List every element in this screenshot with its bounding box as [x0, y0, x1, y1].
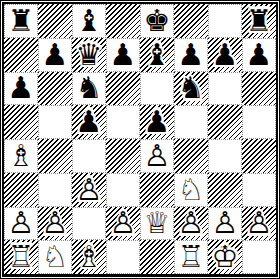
square-b4[interactable]	[38, 139, 72, 173]
white-knight-halo: ♞	[174, 173, 208, 207]
square-e5[interactable]: ♟♟	[140, 105, 174, 139]
white-pawn: ♙	[5, 208, 37, 240]
white-pawn-halo: ♟	[242, 207, 276, 241]
square-e4[interactable]: ♟♙	[140, 139, 174, 173]
black-pawn-halo: ♟	[174, 38, 208, 72]
square-e7[interactable]: ♝♝	[140, 38, 174, 72]
white-pawn: ♙	[141, 140, 173, 172]
square-c3[interactable]: ♟♙	[72, 173, 106, 207]
white-bishop-halo: ♝	[4, 139, 38, 173]
black-king-halo: ♚	[140, 4, 174, 38]
square-b8[interactable]	[38, 4, 72, 38]
square-d7[interactable]: ♟♟	[106, 38, 140, 72]
square-h8[interactable]: ♜♜	[242, 4, 276, 38]
black-pawn-halo: ♟	[208, 38, 242, 72]
square-a1[interactable]: ♜♖	[4, 240, 38, 274]
black-pawn: ♟	[140, 105, 174, 139]
square-f1[interactable]: ♜♖	[174, 240, 208, 274]
square-c5[interactable]: ♟♟	[72, 105, 106, 139]
white-pawn-halo: ♟	[140, 139, 174, 173]
black-pawn: ♟	[208, 38, 242, 72]
chess-board-grid: ♜♜♝♝♚♚♜♜♟♟♛♛♟♟♝♝♟♟♟♟♟♟♟♟♞♞♞♞♟♟♟♟♝♗♟♙♟♙♞♘…	[2, 2, 278, 277]
square-c1[interactable]: ♝♗	[72, 240, 106, 274]
square-a4[interactable]: ♝♗	[4, 139, 38, 173]
white-pawn: ♙	[209, 208, 241, 240]
chess-diagram: ♜♜♝♝♚♚♜♜♟♟♛♛♟♟♝♝♟♟♟♟♟♟♟♟♞♞♞♞♟♟♟♟♝♗♟♙♟♙♞♘…	[0, 0, 280, 279]
white-rook: ♖	[4, 240, 38, 274]
square-h7[interactable]: ♟♟	[242, 38, 276, 72]
white-pawn-halo: ♟	[72, 173, 106, 207]
square-d4[interactable]	[106, 139, 140, 173]
white-king-halo: ♚	[208, 240, 242, 274]
square-g8[interactable]	[208, 4, 242, 38]
black-rook-halo: ♜	[4, 4, 38, 38]
black-pawn: ♟	[39, 39, 71, 71]
square-e3[interactable]	[140, 173, 174, 207]
white-pawn-halo: ♟	[38, 207, 72, 241]
white-rook-halo: ♜	[4, 240, 38, 274]
square-b7[interactable]: ♟♟	[38, 38, 72, 72]
black-pawn-halo: ♟	[140, 105, 174, 139]
square-c2[interactable]	[72, 207, 106, 241]
square-d8[interactable]	[106, 4, 140, 38]
square-d3[interactable]	[106, 173, 140, 207]
square-f5[interactable]	[174, 105, 208, 139]
black-pawn: ♟	[107, 39, 139, 71]
black-bishop-halo: ♝	[72, 4, 106, 38]
square-d5[interactable]	[106, 105, 140, 139]
square-c4[interactable]	[72, 139, 106, 173]
black-queen: ♛	[72, 38, 106, 72]
square-b3[interactable]	[38, 173, 72, 207]
white-knight: ♘	[175, 174, 207, 206]
white-pawn: ♙	[38, 207, 72, 241]
square-e1[interactable]	[140, 240, 174, 274]
square-g6[interactable]	[208, 72, 242, 106]
white-pawn: ♙	[106, 207, 140, 241]
white-pawn: ♙	[72, 173, 106, 207]
square-a3[interactable]	[4, 173, 38, 207]
black-king: ♚	[141, 5, 173, 37]
black-pawn: ♟	[243, 39, 275, 71]
black-pawn: ♟	[175, 39, 207, 71]
square-b2[interactable]: ♟♙	[38, 207, 72, 241]
square-a2[interactable]: ♟♙	[4, 207, 38, 241]
black-bishop: ♝	[140, 38, 174, 72]
square-f4[interactable]	[174, 139, 208, 173]
square-g7[interactable]: ♟♟	[208, 38, 242, 72]
square-c7[interactable]: ♛♛	[72, 38, 106, 72]
square-a6[interactable]: ♟♟	[4, 72, 38, 106]
white-pawn-halo: ♟	[106, 207, 140, 241]
black-bishop: ♝	[73, 5, 105, 37]
white-pawn-halo: ♟	[208, 207, 242, 241]
black-knight-halo: ♞	[174, 72, 208, 106]
square-g5[interactable]	[208, 105, 242, 139]
square-e8[interactable]: ♚♚	[140, 4, 174, 38]
square-f6[interactable]: ♞♞	[174, 72, 208, 106]
white-pawn: ♙	[242, 207, 276, 241]
black-pawn: ♟	[72, 105, 106, 139]
square-c6[interactable]: ♞♞	[72, 72, 106, 106]
square-h5[interactable]	[242, 105, 276, 139]
square-b6[interactable]	[38, 72, 72, 106]
white-bishop-halo: ♝	[72, 240, 106, 274]
black-pawn: ♟	[5, 73, 37, 105]
square-f7[interactable]: ♟♟	[174, 38, 208, 72]
square-f8[interactable]	[174, 4, 208, 38]
square-g4[interactable]	[208, 139, 242, 173]
square-b1[interactable]: ♞♘	[38, 240, 72, 274]
black-pawn-halo: ♟	[242, 38, 276, 72]
square-g2[interactable]: ♟♙	[208, 207, 242, 241]
square-h2[interactable]: ♟♙	[242, 207, 276, 241]
square-b5[interactable]	[38, 105, 72, 139]
white-queen: ♕	[141, 208, 173, 240]
white-bishop: ♗	[72, 240, 106, 274]
square-a5[interactable]	[4, 105, 38, 139]
black-rook-halo: ♜	[242, 4, 276, 38]
square-g1[interactable]: ♚♔	[208, 240, 242, 274]
black-knight-halo: ♞	[72, 72, 106, 106]
white-rook: ♖	[175, 241, 207, 273]
black-bishop-halo: ♝	[140, 38, 174, 72]
white-knight-halo: ♞	[38, 240, 72, 274]
black-pawn-halo: ♟	[38, 38, 72, 72]
black-knight: ♞	[174, 72, 208, 106]
black-pawn-halo: ♟	[106, 38, 140, 72]
white-pawn-halo: ♟	[174, 207, 208, 241]
white-rook-halo: ♜	[174, 240, 208, 274]
square-h4[interactable]	[242, 139, 276, 173]
square-d6[interactable]	[106, 72, 140, 106]
black-knight: ♞	[73, 73, 105, 105]
white-knight: ♘	[39, 241, 71, 273]
white-pawn: ♙	[174, 207, 208, 241]
square-a8[interactable]: ♜♜	[4, 4, 38, 38]
square-g3[interactable]	[208, 173, 242, 207]
square-e6[interactable]	[140, 72, 174, 106]
square-c8[interactable]: ♝♝	[72, 4, 106, 38]
square-h6[interactable]	[242, 72, 276, 106]
white-king: ♔	[208, 240, 242, 274]
white-pawn-halo: ♟	[4, 207, 38, 241]
white-queen-halo: ♛	[140, 207, 174, 241]
black-pawn-halo: ♟	[4, 72, 38, 106]
black-rook: ♜	[5, 5, 37, 37]
square-d1[interactable]	[106, 240, 140, 274]
white-bishop: ♗	[5, 140, 37, 172]
square-f2[interactable]: ♟♙	[174, 207, 208, 241]
square-h1[interactable]	[242, 240, 276, 274]
square-e2[interactable]: ♛♕	[140, 207, 174, 241]
black-queen-halo: ♛	[72, 38, 106, 72]
square-d2[interactable]: ♟♙	[106, 207, 140, 241]
black-pawn-halo: ♟	[72, 105, 106, 139]
square-a7[interactable]	[4, 38, 38, 72]
square-h3[interactable]	[242, 173, 276, 207]
square-f3[interactable]: ♞♘	[174, 173, 208, 207]
black-rook: ♜	[242, 4, 276, 38]
